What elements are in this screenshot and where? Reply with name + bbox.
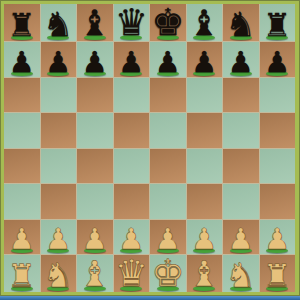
square-d1[interactable]: ♛	[114, 255, 150, 292]
square-a6[interactable]	[4, 78, 40, 113]
piece-white-rook[interactable]: ♜	[263, 260, 292, 292]
square-h1[interactable]: ♜	[260, 255, 296, 292]
piece-black-pawn[interactable]: ♟	[228, 48, 254, 77]
square-h4[interactable]	[260, 149, 296, 184]
piece-black-pawn[interactable]: ♟	[155, 48, 181, 77]
square-h6[interactable]	[260, 78, 296, 113]
piece-black-pawn[interactable]: ♟	[191, 48, 217, 77]
square-c8[interactable]: ♝	[77, 4, 113, 41]
square-f3[interactable]	[187, 184, 223, 219]
square-b3[interactable]	[41, 184, 77, 219]
square-e5[interactable]	[150, 113, 186, 148]
piece-black-rook[interactable]: ♜	[7, 9, 36, 41]
square-a4[interactable]	[4, 149, 40, 184]
square-a7[interactable]: ♟	[4, 42, 40, 77]
square-f1[interactable]: ♝	[187, 255, 223, 292]
square-a3[interactable]	[4, 184, 40, 219]
square-b6[interactable]	[41, 78, 77, 113]
square-d2[interactable]: ♟	[114, 220, 150, 255]
square-a5[interactable]	[4, 113, 40, 148]
piece-black-pawn[interactable]: ♟	[82, 48, 108, 77]
piece-white-pawn[interactable]: ♟	[118, 225, 144, 254]
piece-white-pawn[interactable]: ♟	[155, 225, 181, 254]
square-f4[interactable]	[187, 149, 223, 184]
piece-black-bishop[interactable]: ♝	[79, 6, 110, 41]
square-h3[interactable]	[260, 184, 296, 219]
piece-black-pawn[interactable]: ♟	[118, 48, 144, 77]
piece-white-pawn[interactable]: ♟	[228, 225, 254, 254]
square-f5[interactable]	[187, 113, 223, 148]
piece-black-bishop[interactable]: ♝	[189, 6, 220, 41]
square-e6[interactable]	[150, 78, 186, 113]
square-g7[interactable]: ♟	[223, 42, 259, 77]
square-h8[interactable]: ♜	[260, 4, 296, 41]
square-a1[interactable]: ♜	[4, 255, 40, 292]
square-b1[interactable]: ♞	[41, 255, 77, 292]
square-c4[interactable]	[77, 149, 113, 184]
piece-white-bishop[interactable]: ♝	[189, 257, 220, 292]
piece-black-knight[interactable]: ♞	[226, 7, 256, 41]
board-frame: ♜♞♝♛♚♝♞♜♟♟♟♟♟♟♟♟♟♟♟♟♟♟♟♟♜♞♝♛♚♝♞♜	[0, 0, 300, 296]
square-b7[interactable]: ♟	[41, 42, 77, 77]
square-f7[interactable]: ♟	[187, 42, 223, 77]
square-a2[interactable]: ♟	[4, 220, 40, 255]
square-g4[interactable]	[223, 149, 259, 184]
square-h7[interactable]: ♟	[260, 42, 296, 77]
square-e2[interactable]: ♟	[150, 220, 186, 255]
window-edge-strip	[0, 296, 300, 300]
piece-black-pawn[interactable]: ♟	[45, 48, 71, 77]
square-h2[interactable]: ♟	[260, 220, 296, 255]
square-d3[interactable]	[114, 184, 150, 219]
square-c5[interactable]	[77, 113, 113, 148]
piece-white-king[interactable]: ♚	[151, 255, 184, 292]
square-d5[interactable]	[114, 113, 150, 148]
piece-white-knight[interactable]: ♞	[43, 258, 73, 292]
square-a8[interactable]: ♜	[4, 4, 40, 41]
piece-white-pawn[interactable]: ♟	[191, 225, 217, 254]
square-b2[interactable]: ♟	[41, 220, 77, 255]
square-c3[interactable]	[77, 184, 113, 219]
square-g5[interactable]	[223, 113, 259, 148]
square-e4[interactable]	[150, 149, 186, 184]
square-d4[interactable]	[114, 149, 150, 184]
piece-white-queen[interactable]: ♛	[115, 255, 148, 292]
piece-black-pawn[interactable]: ♟	[264, 48, 290, 77]
square-g1[interactable]: ♞	[223, 255, 259, 292]
square-f2[interactable]: ♟	[187, 220, 223, 255]
square-b8[interactable]: ♞	[41, 4, 77, 41]
square-d7[interactable]: ♟	[114, 42, 150, 77]
square-e3[interactable]	[150, 184, 186, 219]
square-h5[interactable]	[260, 113, 296, 148]
square-d8[interactable]: ♛	[114, 4, 150, 41]
square-b5[interactable]	[41, 113, 77, 148]
square-d6[interactable]	[114, 78, 150, 113]
piece-black-pawn[interactable]: ♟	[9, 48, 35, 77]
square-c6[interactable]	[77, 78, 113, 113]
piece-white-knight[interactable]: ♞	[226, 258, 256, 292]
square-c7[interactable]: ♟	[77, 42, 113, 77]
square-g2[interactable]: ♟	[223, 220, 259, 255]
piece-white-pawn[interactable]: ♟	[82, 225, 108, 254]
piece-black-king[interactable]: ♚	[151, 4, 184, 41]
piece-black-queen[interactable]: ♛	[115, 4, 148, 41]
square-b4[interactable]	[41, 149, 77, 184]
square-f8[interactable]: ♝	[187, 4, 223, 41]
piece-white-pawn[interactable]: ♟	[45, 225, 71, 254]
square-c1[interactable]: ♝	[77, 255, 113, 292]
piece-white-bishop[interactable]: ♝	[79, 257, 110, 292]
piece-black-rook[interactable]: ♜	[263, 9, 292, 41]
square-c2[interactable]: ♟	[77, 220, 113, 255]
square-e1[interactable]: ♚	[150, 255, 186, 292]
chess-app-screen: ♜♞♝♛♚♝♞♜♟♟♟♟♟♟♟♟♟♟♟♟♟♟♟♟♜♞♝♛♚♝♞♜	[0, 0, 300, 300]
square-e7[interactable]: ♟	[150, 42, 186, 77]
piece-white-rook[interactable]: ♜	[7, 260, 36, 292]
piece-white-pawn[interactable]: ♟	[9, 225, 35, 254]
piece-white-pawn[interactable]: ♟	[264, 225, 290, 254]
piece-black-knight[interactable]: ♞	[43, 7, 73, 41]
square-f6[interactable]	[187, 78, 223, 113]
chess-board: ♜♞♝♛♚♝♞♜♟♟♟♟♟♟♟♟♟♟♟♟♟♟♟♟♜♞♝♛♚♝♞♜	[4, 4, 295, 292]
square-g6[interactable]	[223, 78, 259, 113]
square-e8[interactable]: ♚	[150, 4, 186, 41]
square-g8[interactable]: ♞	[223, 4, 259, 41]
square-g3[interactable]	[223, 184, 259, 219]
